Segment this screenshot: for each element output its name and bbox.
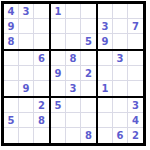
cell-r5c7[interactable]: [98, 66, 113, 81]
cell-r5c5[interactable]: [66, 66, 81, 81]
cell-r4c7[interactable]: [98, 51, 113, 66]
cell-r8c2[interactable]: [19, 113, 34, 128]
cell-r5c2[interactable]: [19, 66, 34, 81]
cell-r7c7[interactable]: [98, 98, 113, 113]
cell-r4c4[interactable]: [51, 51, 66, 66]
box-5: 8923: [50, 50, 97, 97]
cell-r5c3[interactable]: [34, 66, 49, 81]
box-8: 58: [50, 97, 97, 144]
cell-r7c6[interactable]: [81, 98, 96, 113]
cell-r3c7[interactable]: 9: [98, 34, 113, 49]
cell-r9c4[interactable]: [51, 128, 66, 143]
cell-r7c2[interactable]: [19, 98, 34, 113]
cell-r8c7[interactable]: [98, 113, 113, 128]
cell-r1c1[interactable]: 4: [4, 4, 19, 19]
cell-r8c6[interactable]: [81, 113, 96, 128]
cell-r7c5[interactable]: [66, 98, 81, 113]
cell-r9c2[interactable]: [19, 128, 34, 143]
cell-r3c1[interactable]: 8: [4, 34, 19, 49]
cell-r5c4[interactable]: 9: [51, 66, 66, 81]
cell-r3c4[interactable]: [51, 34, 66, 49]
cell-r1c9[interactable]: [128, 4, 143, 19]
cell-r5c8[interactable]: [113, 66, 128, 81]
cell-r1c8[interactable]: [113, 4, 128, 19]
cell-r9c6[interactable]: 8: [81, 128, 96, 143]
cell-r5c1[interactable]: [4, 66, 19, 81]
cell-r2c8[interactable]: [113, 19, 128, 34]
cell-r1c6[interactable]: [81, 4, 96, 19]
cell-r8c3[interactable]: 8: [34, 113, 49, 128]
cell-r3c8[interactable]: [113, 34, 128, 49]
cell-r2c6[interactable]: [81, 19, 96, 34]
box-6: 31: [97, 50, 144, 97]
cell-r5c9[interactable]: [128, 66, 143, 81]
cell-r2c9[interactable]: 7: [128, 19, 143, 34]
cell-r4c5[interactable]: 8: [66, 51, 81, 66]
cell-r7c8[interactable]: [113, 98, 128, 113]
cell-r2c3[interactable]: [34, 19, 49, 34]
cell-r2c2[interactable]: [19, 19, 34, 34]
cell-r9c5[interactable]: [66, 128, 81, 143]
cell-r4c8[interactable]: 3: [113, 51, 128, 66]
cell-r7c4[interactable]: 5: [51, 98, 66, 113]
cell-r7c3[interactable]: 2: [34, 98, 49, 113]
cell-r8c4[interactable]: [51, 113, 66, 128]
cell-r4c3[interactable]: 6: [34, 51, 49, 66]
cell-r6c8[interactable]: [113, 81, 128, 96]
cell-r1c5[interactable]: [66, 4, 81, 19]
cell-r1c4[interactable]: 1: [51, 4, 66, 19]
cell-r9c3[interactable]: [34, 128, 49, 143]
cell-r8c1[interactable]: 5: [4, 113, 19, 128]
cell-r8c8[interactable]: [113, 113, 128, 128]
cell-r6c5[interactable]: 3: [66, 81, 81, 96]
box-7: 258: [3, 97, 50, 144]
cell-r9c9[interactable]: 2: [128, 128, 143, 143]
cell-r9c7[interactable]: [98, 128, 113, 143]
cell-r9c8[interactable]: 6: [113, 128, 128, 143]
cell-r1c7[interactable]: [98, 4, 113, 19]
cell-r6c7[interactable]: 1: [98, 81, 113, 96]
cell-r2c7[interactable]: 3: [98, 19, 113, 34]
cell-r4c1[interactable]: [4, 51, 19, 66]
cell-r7c9[interactable]: 3: [128, 98, 143, 113]
cell-r7c1[interactable]: [4, 98, 19, 113]
cell-r1c2[interactable]: 3: [19, 4, 34, 19]
cell-r3c3[interactable]: [34, 34, 49, 49]
cell-r4c6[interactable]: [81, 51, 96, 66]
cell-r3c2[interactable]: [19, 34, 34, 49]
cell-r6c9[interactable]: [128, 81, 143, 96]
cell-r3c9[interactable]: [128, 34, 143, 49]
cell-r5c6[interactable]: 2: [81, 66, 96, 81]
box-3: 379: [97, 3, 144, 50]
box-4: 69: [3, 50, 50, 97]
box-1: 4398: [3, 3, 50, 50]
cell-r4c9[interactable]: [128, 51, 143, 66]
cell-r2c4[interactable]: [51, 19, 66, 34]
cell-r2c5[interactable]: [66, 19, 81, 34]
cell-r1c3[interactable]: [34, 4, 49, 19]
cell-r3c6[interactable]: 5: [81, 34, 96, 49]
cell-r4c2[interactable]: [19, 51, 34, 66]
cell-r3c5[interactable]: [66, 34, 81, 49]
sudoku-board: 43981537969892331258583462: [1, 1, 146, 146]
cell-r6c6[interactable]: [81, 81, 96, 96]
cell-r2c1[interactable]: 9: [4, 19, 19, 34]
cell-r8c5[interactable]: [66, 113, 81, 128]
cell-r6c1[interactable]: [4, 81, 19, 96]
cell-r6c2[interactable]: 9: [19, 81, 34, 96]
cell-r8c9[interactable]: 4: [128, 113, 143, 128]
cell-r6c4[interactable]: [51, 81, 66, 96]
cell-r9c1[interactable]: [4, 128, 19, 143]
box-2: 15: [50, 3, 97, 50]
cell-r6c3[interactable]: [34, 81, 49, 96]
box-9: 3462: [97, 97, 144, 144]
